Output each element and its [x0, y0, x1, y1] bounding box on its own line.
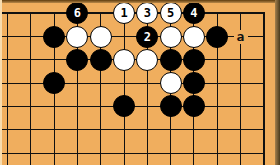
white-stone-move-5: 5 [160, 2, 182, 24]
white-stone [66, 26, 88, 48]
black-stone-move-6: 6 [66, 2, 88, 24]
black-stone [183, 49, 205, 71]
white-stone [183, 26, 205, 48]
black-stone [160, 49, 182, 71]
grid-line-vertical [263, 12, 265, 165]
black-stone [206, 26, 228, 48]
white-stone-move-3: 3 [136, 2, 158, 24]
grid-line-vertical [30, 12, 31, 165]
black-stone [183, 95, 205, 117]
white-stone [160, 72, 182, 94]
black-stone [43, 26, 65, 48]
black-stone [160, 95, 182, 117]
grid-line-vertical [124, 12, 125, 165]
black-stone [183, 72, 205, 94]
white-stone [136, 49, 158, 71]
grid-line-vertical [7, 12, 8, 165]
white-stone [113, 49, 135, 71]
black-stone [66, 49, 88, 71]
black-stone [113, 95, 135, 117]
go-diagram-screen: a613542 [0, 0, 280, 165]
board-left-highlight-border [0, 0, 2, 165]
grid-line-horizontal [0, 129, 265, 130]
white-stone-move-1: 1 [113, 2, 135, 24]
board-top-shadow-border [0, 0, 280, 3]
go-board: a613542 [0, 0, 280, 165]
black-stone-move-2: 2 [136, 26, 158, 48]
grid-line-horizontal [0, 83, 265, 84]
grid-line-horizontal [0, 153, 265, 154]
black-stone [90, 49, 112, 71]
point-label-a: a [234, 30, 248, 44]
black-stone-move-4: 4 [183, 2, 205, 24]
white-stone [160, 26, 182, 48]
black-stone [43, 72, 65, 94]
board-right-shadow-border [275, 0, 280, 165]
white-stone [90, 26, 112, 48]
